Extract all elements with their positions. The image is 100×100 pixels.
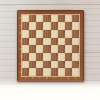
square-f1[interactable] [58,68,65,76]
plank-seam [84,52,100,53]
square-f5[interactable] [58,38,65,46]
square-e5[interactable] [51,38,58,46]
file-label-c: c [36,77,43,81]
square-e3[interactable] [51,53,58,61]
square-d5[interactable] [43,38,50,46]
file-label-a: a [22,77,29,81]
file-label-d: d [43,77,50,81]
square-e2[interactable] [51,61,58,69]
square-a5[interactable] [22,38,29,46]
square-h2[interactable] [72,61,79,69]
plank-seam [0,4,100,5]
square-c2[interactable] [36,61,43,69]
square-b1[interactable] [29,68,36,76]
square-g2[interactable] [65,61,72,69]
square-d2[interactable] [43,61,50,69]
square-h7[interactable] [72,22,79,30]
rank-label-5: 5 [18,38,21,46]
square-f8[interactable] [58,15,65,23]
square-b5[interactable] [29,38,36,46]
rank-label-7: 7 [18,22,21,30]
square-g8[interactable] [65,15,72,23]
square-g3[interactable] [65,53,72,61]
square-c7[interactable] [36,22,43,30]
square-h1[interactable] [72,68,79,76]
board-playing-field [22,15,79,77]
rank-label-6: 6 [18,30,21,38]
rank-label-8: 8 [18,15,21,23]
board-squares [22,15,79,77]
square-g6[interactable] [65,30,72,38]
square-c5[interactable] [36,38,43,46]
file-label-b: b [29,77,36,81]
square-a2[interactable] [22,61,29,69]
square-g7[interactable] [65,22,72,30]
square-e1[interactable] [51,68,58,76]
square-h4[interactable] [72,45,79,53]
square-h3[interactable] [72,53,79,61]
square-b4[interactable] [29,45,36,53]
rank-label-2: 2 [18,61,21,69]
square-a8[interactable] [22,15,29,23]
square-e6[interactable] [51,30,58,38]
square-h8[interactable] [72,15,79,23]
square-c8[interactable] [36,15,43,23]
file-label-g: g [65,77,72,81]
square-a1[interactable] [22,68,29,76]
square-d4[interactable] [43,45,50,53]
square-d8[interactable] [43,15,50,23]
square-b3[interactable] [29,53,36,61]
square-a3[interactable] [22,53,29,61]
square-b7[interactable] [29,22,36,30]
square-c4[interactable] [36,45,43,53]
square-d7[interactable] [43,22,50,30]
square-f3[interactable] [58,53,65,61]
square-d1[interactable] [43,68,50,76]
square-c1[interactable] [36,68,43,76]
square-g1[interactable] [65,68,72,76]
square-c3[interactable] [36,53,43,61]
chess-board[interactable]: abcdefgh 87654321 [17,10,84,82]
file-label-h: h [72,77,79,81]
square-f2[interactable] [58,61,65,69]
square-g4[interactable] [65,45,72,53]
square-c6[interactable] [36,30,43,38]
square-d6[interactable] [43,30,50,38]
square-f6[interactable] [58,30,65,38]
table-surface: abcdefgh 87654321 [0,0,100,100]
square-b2[interactable] [29,61,36,69]
square-d3[interactable] [43,53,50,61]
square-e8[interactable] [51,15,58,23]
rank-label-3: 3 [18,53,21,61]
square-e4[interactable] [51,45,58,53]
rank-labels: 87654321 [18,15,21,77]
file-label-f: f [58,77,65,81]
square-a4[interactable] [22,45,29,53]
square-f7[interactable] [58,22,65,30]
rank-label-1: 1 [18,68,21,76]
square-h5[interactable] [72,38,79,46]
square-f4[interactable] [58,45,65,53]
file-labels: abcdefgh [22,77,79,81]
square-e7[interactable] [51,22,58,30]
rank-label-4: 4 [18,45,21,53]
square-a6[interactable] [22,30,29,38]
square-b6[interactable] [29,30,36,38]
square-b8[interactable] [29,15,36,23]
square-h6[interactable] [72,30,79,38]
square-g5[interactable] [65,38,72,46]
file-label-e: e [51,77,58,81]
square-a7[interactable] [22,22,29,30]
